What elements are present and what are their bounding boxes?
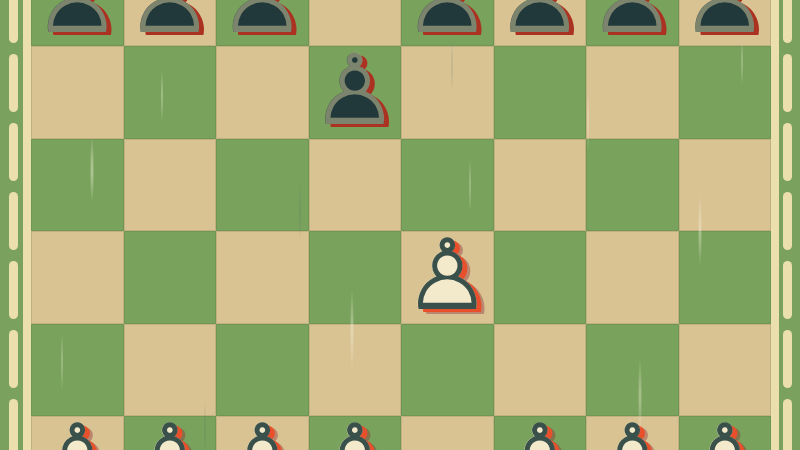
square-f2[interactable]: ♟♙ xyxy=(494,416,587,450)
square-b4[interactable] xyxy=(124,231,217,324)
square-c2[interactable]: ♟♙ xyxy=(216,416,309,450)
square-f4[interactable] xyxy=(494,231,587,324)
white-pawn[interactable]: ♟♙ xyxy=(679,411,772,450)
chessboard: ♟♙♟♙♟♙♟♙♟♙♟♙♟♙♟♙♟♙♟♙♟♙♟♙♟♙♟♙♟♙♟♙ xyxy=(31,0,771,450)
border-dash xyxy=(783,0,792,43)
border-dashes-left xyxy=(9,0,18,450)
square-e7[interactable]: ♟♙ xyxy=(401,0,494,46)
square-f6[interactable] xyxy=(494,46,587,139)
border-dash xyxy=(9,54,18,112)
border-dash xyxy=(783,123,792,181)
border-dash xyxy=(9,261,18,319)
square-g4[interactable] xyxy=(586,231,679,324)
black-pawn[interactable]: ♟♙ xyxy=(494,0,587,41)
square-h7[interactable]: ♟♙ xyxy=(679,0,772,46)
white-pawn[interactable]: ♟♙ xyxy=(586,411,679,450)
square-a4[interactable] xyxy=(31,231,124,324)
black-pawn-detail-lines: ♙ xyxy=(588,0,676,47)
square-e2[interactable] xyxy=(401,416,494,450)
square-d4[interactable] xyxy=(309,231,402,324)
square-b7[interactable]: ♟♙ xyxy=(124,0,217,46)
black-pawn[interactable]: ♟♙ xyxy=(401,0,494,41)
square-g5[interactable] xyxy=(586,139,679,232)
square-b6[interactable] xyxy=(124,46,217,139)
board-border-left xyxy=(0,0,31,450)
square-a6[interactable] xyxy=(31,46,124,139)
white-pawn-detail-lines: ♙ xyxy=(126,411,214,450)
square-f7[interactable]: ♟♙ xyxy=(494,0,587,46)
border-dash xyxy=(9,399,18,450)
border-dash xyxy=(783,399,792,450)
black-pawn-detail-lines: ♙ xyxy=(33,0,121,47)
square-c5[interactable] xyxy=(216,139,309,232)
black-pawn-detail-lines: ♙ xyxy=(218,0,306,47)
square-g2[interactable]: ♟♙ xyxy=(586,416,679,450)
square-d5[interactable] xyxy=(309,139,402,232)
black-pawn-detail-lines: ♙ xyxy=(311,41,399,139)
black-pawn[interactable]: ♟♙ xyxy=(124,0,217,41)
board-border-right xyxy=(771,0,800,450)
white-pawn[interactable]: ♟♙ xyxy=(494,411,587,450)
white-pawn-detail-lines: ♙ xyxy=(33,411,121,450)
square-b5[interactable] xyxy=(124,139,217,232)
white-pawn[interactable]: ♟♙ xyxy=(216,411,309,450)
border-stripe-left xyxy=(23,0,31,450)
square-h2[interactable]: ♟♙ xyxy=(679,416,772,450)
black-pawn-detail-lines: ♙ xyxy=(681,0,769,47)
white-pawn[interactable]: ♟♙ xyxy=(309,411,402,450)
square-e6[interactable] xyxy=(401,46,494,139)
border-dash xyxy=(9,0,18,43)
black-pawn-detail-lines: ♙ xyxy=(403,0,491,47)
black-pawn[interactable]: ♟♙ xyxy=(586,0,679,41)
square-d6[interactable]: ♟♙ xyxy=(309,46,402,139)
white-pawn-detail-lines: ♙ xyxy=(681,411,769,450)
border-dash xyxy=(783,54,792,112)
black-pawn[interactable]: ♟♙ xyxy=(679,0,772,41)
square-d2[interactable]: ♟♙ xyxy=(309,416,402,450)
border-dash xyxy=(9,123,18,181)
border-stripe-right xyxy=(771,0,779,450)
square-c6[interactable] xyxy=(216,46,309,139)
square-h5[interactable] xyxy=(679,139,772,232)
black-pawn[interactable]: ♟♙ xyxy=(309,41,402,134)
white-pawn-detail-lines: ♙ xyxy=(403,226,491,324)
border-dashes-right xyxy=(783,0,792,450)
black-pawn-detail-lines: ♙ xyxy=(126,0,214,47)
square-f5[interactable] xyxy=(494,139,587,232)
square-c4[interactable] xyxy=(216,231,309,324)
square-e3[interactable] xyxy=(401,324,494,417)
border-dash xyxy=(9,330,18,388)
white-pawn-detail-lines: ♙ xyxy=(588,411,676,450)
white-pawn-detail-lines: ♙ xyxy=(311,411,399,450)
black-pawn[interactable]: ♟♙ xyxy=(216,0,309,41)
square-a5[interactable] xyxy=(31,139,124,232)
white-pawn-detail-lines: ♙ xyxy=(218,411,306,450)
square-g7[interactable]: ♟♙ xyxy=(586,0,679,46)
chessboard-scene: ♟♙♟♙♟♙♟♙♟♙♟♙♟♙♟♙♟♙♟♙♟♙♟♙♟♙♟♙♟♙♟♙ xyxy=(0,0,800,450)
square-h6[interactable] xyxy=(679,46,772,139)
square-b2[interactable]: ♟♙ xyxy=(124,416,217,450)
border-dash xyxy=(783,261,792,319)
border-dash xyxy=(783,330,792,388)
white-pawn[interactable]: ♟♙ xyxy=(401,226,494,319)
square-e4[interactable]: ♟♙ xyxy=(401,231,494,324)
square-g6[interactable] xyxy=(586,46,679,139)
white-pawn-detail-lines: ♙ xyxy=(496,411,584,450)
border-dash xyxy=(783,192,792,250)
black-pawn[interactable]: ♟♙ xyxy=(31,0,124,41)
border-dash xyxy=(9,192,18,250)
square-a2[interactable]: ♟♙ xyxy=(31,416,124,450)
square-a7[interactable]: ♟♙ xyxy=(31,0,124,46)
square-h4[interactable] xyxy=(679,231,772,324)
white-pawn[interactable]: ♟♙ xyxy=(124,411,217,450)
white-pawn[interactable]: ♟♙ xyxy=(31,411,124,450)
black-pawn-detail-lines: ♙ xyxy=(496,0,584,47)
square-c7[interactable]: ♟♙ xyxy=(216,0,309,46)
